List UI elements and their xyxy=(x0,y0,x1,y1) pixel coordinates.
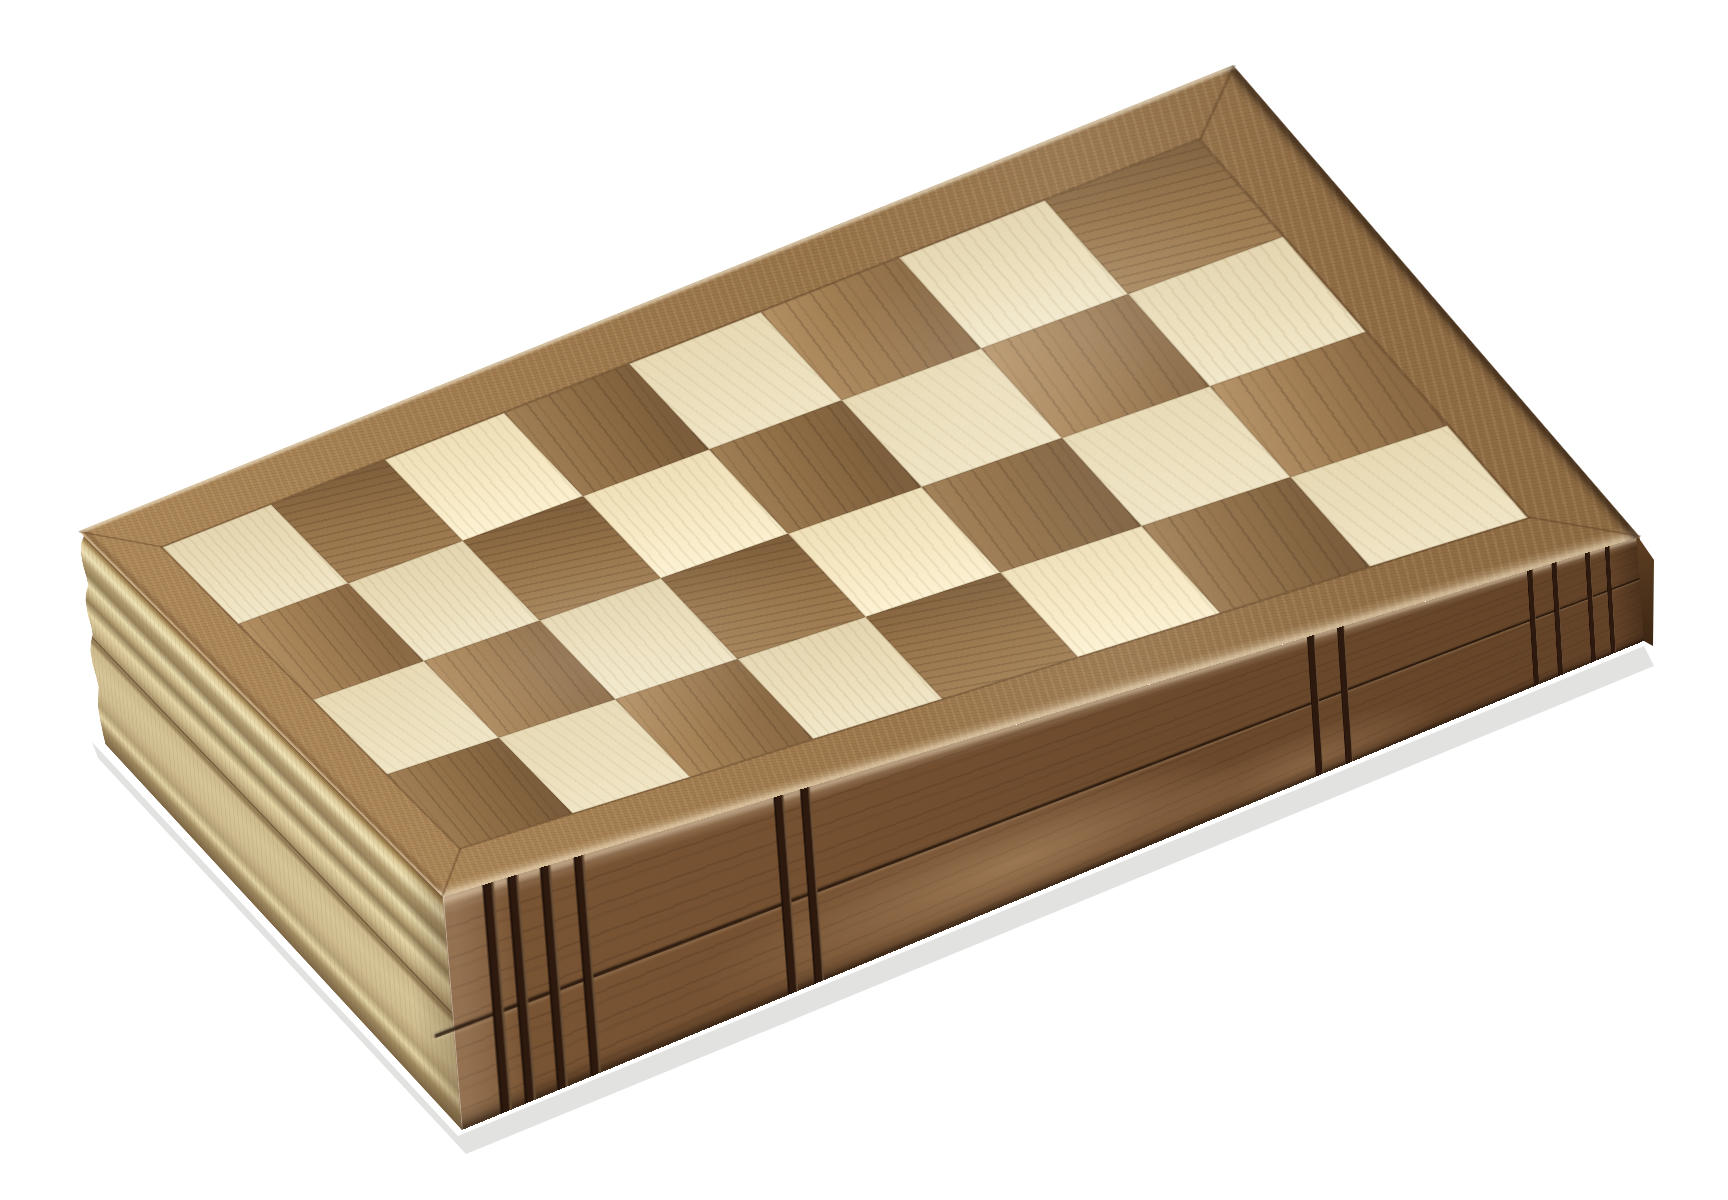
spine-groove-5 xyxy=(773,795,798,995)
frame-mitre-joint xyxy=(1199,65,1236,140)
spine-groove-4 xyxy=(573,855,600,1077)
frame-mitre-joint xyxy=(441,848,462,897)
spine-groove-9 xyxy=(1527,569,1540,686)
spine-groove-8 xyxy=(1337,626,1353,764)
spine-groove-10 xyxy=(1551,562,1563,676)
spine-groove-3 xyxy=(540,865,568,1091)
product-photo-stage xyxy=(0,0,1728,1200)
spine-groove-1 xyxy=(482,882,512,1114)
spine-groove-7 xyxy=(1307,635,1323,777)
spine-groove-6 xyxy=(800,787,824,984)
spine-groove-12 xyxy=(1605,546,1616,654)
spine-groove-2 xyxy=(507,874,536,1103)
spine-groove-11 xyxy=(1585,552,1596,663)
frame-mitre-joint xyxy=(1527,516,1641,537)
